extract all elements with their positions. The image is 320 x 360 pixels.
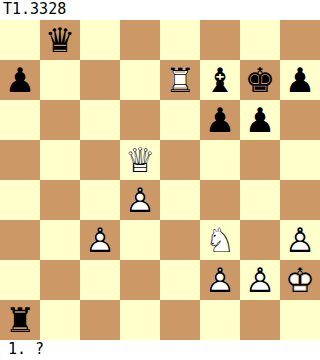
piece-glyph: ♟︎ bbox=[280, 60, 320, 100]
square-a8[interactable] bbox=[0, 20, 40, 60]
square-b6[interactable] bbox=[40, 100, 80, 140]
square-g2[interactable]: ♟︎♙︎ bbox=[240, 260, 280, 300]
square-h7[interactable]: ♟︎ bbox=[280, 60, 320, 100]
square-b7[interactable] bbox=[40, 60, 80, 100]
piece-white-pawn[interactable]: ♟︎♙︎ bbox=[200, 260, 240, 300]
square-h5[interactable] bbox=[280, 140, 320, 180]
piece-white-pawn[interactable]: ♟︎♙︎ bbox=[120, 180, 160, 220]
square-a1[interactable]: ♜︎ bbox=[0, 300, 40, 340]
piece-white-pawn[interactable]: ♟︎♙︎ bbox=[80, 220, 120, 260]
piece-white-rook[interactable]: ♜︎♖︎ bbox=[160, 60, 200, 100]
square-h8[interactable] bbox=[280, 20, 320, 60]
square-a6[interactable] bbox=[0, 100, 40, 140]
square-g7[interactable]: ♚︎ bbox=[240, 60, 280, 100]
square-a5[interactable] bbox=[0, 140, 40, 180]
square-d7[interactable] bbox=[120, 60, 160, 100]
piece-black-rook[interactable]: ♜︎ bbox=[0, 300, 40, 340]
piece-glyph: ♝︎ bbox=[200, 60, 240, 100]
square-f2[interactable]: ♟︎♙︎ bbox=[200, 260, 240, 300]
square-e3[interactable] bbox=[160, 220, 200, 260]
square-a7[interactable]: ♟︎ bbox=[0, 60, 40, 100]
square-c4[interactable] bbox=[80, 180, 120, 220]
piece-glyph: ♛︎ bbox=[40, 20, 80, 60]
square-h3[interactable]: ♟︎♙︎ bbox=[280, 220, 320, 260]
piece-black-bishop[interactable]: ♝︎ bbox=[200, 60, 240, 100]
square-c3[interactable]: ♟︎♙︎ bbox=[80, 220, 120, 260]
puzzle-id-label: T1.3328 bbox=[3, 0, 66, 20]
square-c7[interactable] bbox=[80, 60, 120, 100]
piece-black-pawn[interactable]: ♟︎ bbox=[240, 100, 280, 140]
piece-white-pawn[interactable]: ♟︎♙︎ bbox=[280, 220, 320, 260]
piece-black-queen[interactable]: ♛︎ bbox=[40, 20, 80, 60]
square-f5[interactable] bbox=[200, 140, 240, 180]
square-e2[interactable] bbox=[160, 260, 200, 300]
piece-white-knight[interactable]: ♞︎♘︎ bbox=[200, 220, 240, 260]
square-e8[interactable] bbox=[160, 20, 200, 60]
piece-black-pawn[interactable]: ♟︎ bbox=[280, 60, 320, 100]
piece-glyph: ♟︎ bbox=[0, 60, 40, 100]
chess-board: ♛︎♟︎♜︎♖︎♝︎♚︎♟︎♟︎♟︎♛︎♕︎♟︎♙︎♟︎♙︎♞︎♘︎♟︎♙︎♟︎… bbox=[0, 20, 320, 340]
piece-glyph: ♟︎ bbox=[200, 100, 240, 140]
square-g1[interactable] bbox=[240, 300, 280, 340]
piece-outline: ♔︎ bbox=[280, 260, 320, 300]
square-h1[interactable] bbox=[280, 300, 320, 340]
square-f6[interactable]: ♟︎ bbox=[200, 100, 240, 140]
piece-outline: ♙︎ bbox=[280, 220, 320, 260]
piece-outline: ♙︎ bbox=[200, 260, 240, 300]
square-c1[interactable] bbox=[80, 300, 120, 340]
square-g8[interactable] bbox=[240, 20, 280, 60]
square-d2[interactable] bbox=[120, 260, 160, 300]
square-d8[interactable] bbox=[120, 20, 160, 60]
square-g5[interactable] bbox=[240, 140, 280, 180]
square-f4[interactable] bbox=[200, 180, 240, 220]
piece-glyph: ♟︎ bbox=[240, 100, 280, 140]
square-b1[interactable] bbox=[40, 300, 80, 340]
piece-black-king[interactable]: ♚︎ bbox=[240, 60, 280, 100]
piece-outline: ♙︎ bbox=[80, 220, 120, 260]
square-b5[interactable] bbox=[40, 140, 80, 180]
piece-outline: ♖︎ bbox=[160, 60, 200, 100]
piece-white-pawn[interactable]: ♟︎♙︎ bbox=[240, 260, 280, 300]
square-e6[interactable] bbox=[160, 100, 200, 140]
piece-black-pawn[interactable]: ♟︎ bbox=[0, 60, 40, 100]
square-f1[interactable] bbox=[200, 300, 240, 340]
square-b2[interactable] bbox=[40, 260, 80, 300]
piece-outline: ♙︎ bbox=[120, 180, 160, 220]
square-d6[interactable] bbox=[120, 100, 160, 140]
move-prompt: 1. ? bbox=[8, 340, 44, 360]
square-b4[interactable] bbox=[40, 180, 80, 220]
square-g3[interactable] bbox=[240, 220, 280, 260]
piece-glyph: ♜︎ bbox=[0, 300, 40, 340]
square-c5[interactable] bbox=[80, 140, 120, 180]
square-h6[interactable] bbox=[280, 100, 320, 140]
square-f3[interactable]: ♞︎♘︎ bbox=[200, 220, 240, 260]
square-b3[interactable] bbox=[40, 220, 80, 260]
piece-outline: ♘︎ bbox=[200, 220, 240, 260]
piece-black-pawn[interactable]: ♟︎ bbox=[200, 100, 240, 140]
piece-white-queen[interactable]: ♛︎♕︎ bbox=[120, 140, 160, 180]
square-d5[interactable]: ♛︎♕︎ bbox=[120, 140, 160, 180]
piece-outline: ♙︎ bbox=[240, 260, 280, 300]
square-d3[interactable] bbox=[120, 220, 160, 260]
square-a2[interactable] bbox=[0, 260, 40, 300]
piece-glyph: ♚︎ bbox=[240, 60, 280, 100]
piece-white-king[interactable]: ♚︎♔︎ bbox=[280, 260, 320, 300]
square-e4[interactable] bbox=[160, 180, 200, 220]
square-g6[interactable]: ♟︎ bbox=[240, 100, 280, 140]
square-d4[interactable]: ♟︎♙︎ bbox=[120, 180, 160, 220]
piece-outline: ♕︎ bbox=[120, 140, 160, 180]
square-c2[interactable] bbox=[80, 260, 120, 300]
square-e1[interactable] bbox=[160, 300, 200, 340]
square-c8[interactable] bbox=[80, 20, 120, 60]
square-d1[interactable] bbox=[120, 300, 160, 340]
square-e5[interactable] bbox=[160, 140, 200, 180]
square-c6[interactable] bbox=[80, 100, 120, 140]
square-b8[interactable]: ♛︎ bbox=[40, 20, 80, 60]
square-f7[interactable]: ♝︎ bbox=[200, 60, 240, 100]
square-f8[interactable] bbox=[200, 20, 240, 60]
square-e7[interactable]: ♜︎♖︎ bbox=[160, 60, 200, 100]
square-h4[interactable] bbox=[280, 180, 320, 220]
square-a4[interactable] bbox=[0, 180, 40, 220]
square-g4[interactable] bbox=[240, 180, 280, 220]
square-h2[interactable]: ♚︎♔︎ bbox=[280, 260, 320, 300]
square-a3[interactable] bbox=[0, 220, 40, 260]
